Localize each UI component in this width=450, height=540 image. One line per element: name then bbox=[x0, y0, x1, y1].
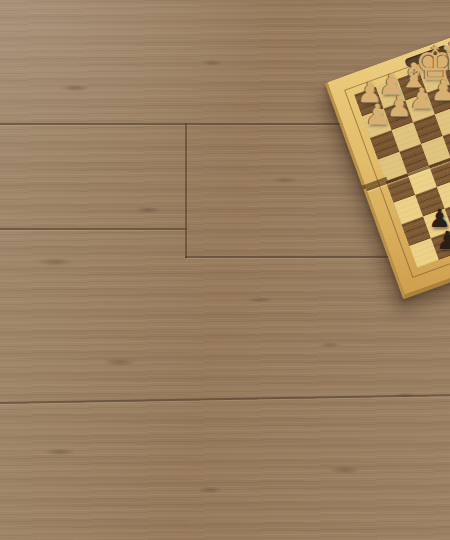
chess-piece-dark-pawn-b1: ♟ bbox=[436, 228, 450, 253]
chess-piece-light-pawn-d7: ♟ bbox=[431, 77, 450, 105]
plank-seam bbox=[0, 228, 187, 230]
plank-seam bbox=[185, 123, 187, 259]
plank-seam bbox=[185, 256, 392, 258]
photo-stage: ♟♟♝♚♛♟♟♟♟♟♟ bbox=[0, 0, 450, 540]
plank-seam bbox=[0, 394, 450, 404]
chess-piece-light-queen-e8: ♛ bbox=[439, 36, 450, 77]
